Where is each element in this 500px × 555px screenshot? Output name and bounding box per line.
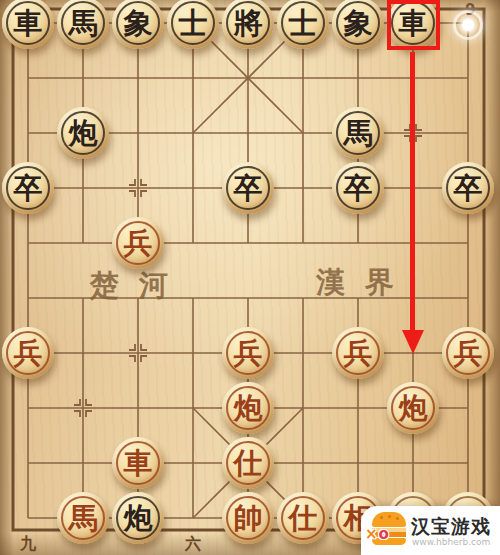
piece-red-馬[interactable]: 馬 [57, 492, 109, 544]
piece-red-仕[interactable]: 仕 [222, 437, 274, 489]
piece-glyph: 卒 [344, 173, 373, 203]
move-origin-glow [456, 13, 480, 37]
move-arrow-head [402, 330, 424, 354]
piece-glyph: 馬 [69, 503, 98, 533]
piece-black-炮[interactable]: 炮 [57, 107, 109, 159]
piece-glyph: 炮 [234, 393, 263, 423]
piece-red-車[interactable]: 車 [112, 437, 164, 489]
piece-black-卒[interactable]: 卒 [222, 162, 274, 214]
piece-glyph: 象 [124, 8, 153, 38]
ad-url: www.hbherb.com [412, 537, 490, 547]
piece-black-卒[interactable]: 卒 [2, 162, 54, 214]
piece-red-炮[interactable]: 炮 [387, 382, 439, 434]
piece-glyph: 卒 [14, 173, 43, 203]
piece-glyph: 士 [289, 8, 318, 38]
selected-piece-highlight-box [387, 0, 440, 50]
piece-glyph: 兵 [124, 228, 153, 258]
piece-glyph: 車 [124, 448, 153, 478]
piece-glyph: 炮 [69, 118, 98, 148]
piece-red-兵[interactable]: 兵 [442, 327, 494, 379]
piece-black-卒[interactable]: 卒 [332, 162, 384, 214]
piece-glyph: 仕 [234, 448, 263, 478]
piece-red-兵[interactable]: 兵 [2, 327, 54, 379]
river-label-right: 漢界 [316, 263, 414, 303]
burger-logo-icon: ×o [370, 512, 408, 546]
piece-glyph: 士 [179, 8, 208, 38]
piece-glyph: 象 [344, 8, 373, 38]
piece-black-馬[interactable]: 馬 [332, 107, 384, 159]
piece-red-兵[interactable]: 兵 [332, 327, 384, 379]
piece-black-卒[interactable]: 卒 [442, 162, 494, 214]
piece-glyph: 車 [14, 8, 43, 38]
piece-glyph: 兵 [14, 338, 43, 368]
piece-glyph: 馬 [69, 8, 98, 38]
piece-glyph: 炮 [399, 393, 428, 423]
piece-glyph: 卒 [234, 173, 263, 203]
column-label-bottom: 九 [20, 534, 36, 555]
piece-red-帥[interactable]: 帥 [222, 492, 274, 544]
piece-glyph: 兵 [344, 338, 373, 368]
river-label-left: 楚河 [90, 266, 188, 306]
piece-glyph: 炮 [124, 503, 153, 533]
piece-red-兵[interactable]: 兵 [112, 217, 164, 269]
piece-glyph: 兵 [234, 338, 263, 368]
piece-glyph: 馬 [344, 118, 373, 148]
xiangqi-board-screen[interactable]: 楚河 漢界 9 九六 車馬象士將士象車炮馬卒卒卒卒兵兵兵兵兵炮炮車仕馬炮帥仕相 … [0, 0, 500, 555]
xo-mark: ×o [365, 525, 390, 543]
piece-black-炮[interactable]: 炮 [112, 492, 164, 544]
piece-red-兵[interactable]: 兵 [222, 327, 274, 379]
column-label-bottom: 六 [185, 534, 201, 555]
piece-red-炮[interactable]: 炮 [222, 382, 274, 434]
piece-glyph: 帥 [234, 503, 263, 533]
piece-glyph: 卒 [454, 173, 483, 203]
ad-banner[interactable]: ×o 汉宝游戏 www.hbherb.com [361, 506, 500, 555]
move-arrow-shaft [410, 52, 415, 332]
piece-red-仕[interactable]: 仕 [277, 492, 329, 544]
piece-glyph: 將 [234, 8, 263, 38]
piece-glyph: 兵 [454, 338, 483, 368]
piece-glyph: 仕 [289, 503, 318, 533]
